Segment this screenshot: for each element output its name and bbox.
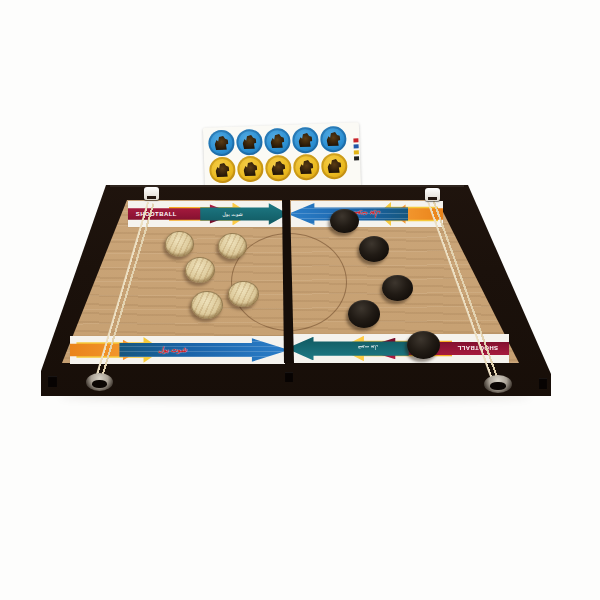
pucks-layer <box>0 0 600 600</box>
puck-black[interactable] <box>382 275 413 302</box>
product-photo-sling-puck-game: SHOOTBALL شوت بول شوت بول شوت بول SHOOTB… <box>0 0 600 600</box>
puck-black[interactable] <box>407 331 440 359</box>
puck-black[interactable] <box>330 209 359 234</box>
puck-wood[interactable] <box>165 231 194 256</box>
puck-black[interactable] <box>359 236 389 262</box>
puck-wood[interactable] <box>218 233 247 258</box>
puck-black[interactable] <box>348 300 380 328</box>
puck-wood[interactable] <box>185 257 215 283</box>
puck-wood[interactable] <box>228 281 259 308</box>
puck-wood[interactable] <box>191 291 223 319</box>
